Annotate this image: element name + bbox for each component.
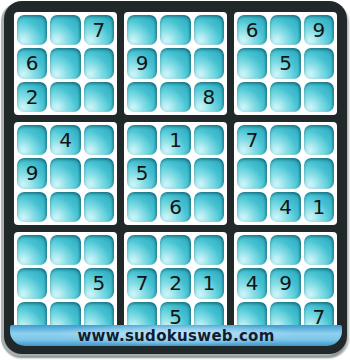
- cell-r5c4[interactable]: 5: [127, 158, 157, 188]
- cell-r4c3[interactable]: [84, 125, 114, 155]
- cell-r5c5[interactable]: [160, 158, 190, 188]
- cell-r3c1[interactable]: 2: [17, 82, 47, 112]
- cell-r3c9[interactable]: [304, 82, 334, 112]
- cell-r2c5[interactable]: [160, 48, 190, 78]
- cell-r3c7[interactable]: [237, 82, 267, 112]
- cell-r1c4[interactable]: [127, 15, 157, 45]
- cell-r1c9[interactable]: 9: [304, 15, 334, 45]
- cell-r6c7[interactable]: [237, 192, 267, 222]
- cell-r4c9[interactable]: [304, 125, 334, 155]
- cell-r6c5[interactable]: 6: [160, 192, 190, 222]
- cell-r7c7[interactable]: [237, 235, 267, 265]
- cell-r7c2[interactable]: [50, 235, 80, 265]
- cell-r1c5[interactable]: [160, 15, 190, 45]
- cell-r6c6[interactable]: [194, 192, 224, 222]
- cell-r1c2[interactable]: [50, 15, 80, 45]
- cell-r8c9[interactable]: [304, 268, 334, 298]
- cell-r1c7[interactable]: 6: [237, 15, 267, 45]
- cell-r7c1[interactable]: [17, 235, 47, 265]
- cell-r3c4[interactable]: [127, 82, 157, 112]
- cell-r6c9[interactable]: 1: [304, 192, 334, 222]
- cell-r4c8[interactable]: [270, 125, 300, 155]
- cell-r2c2[interactable]: [50, 48, 80, 78]
- cell-r6c1[interactable]: [17, 192, 47, 222]
- box-1-3: 695: [234, 12, 337, 115]
- cell-r5c1[interactable]: 9: [17, 158, 47, 188]
- cell-r7c9[interactable]: [304, 235, 334, 265]
- cell-r4c5[interactable]: 1: [160, 125, 190, 155]
- cell-r8c1[interactable]: [17, 268, 47, 298]
- cell-r7c6[interactable]: [194, 235, 224, 265]
- cell-r8c7[interactable]: 4: [237, 268, 267, 298]
- cell-r4c2[interactable]: 4: [50, 125, 80, 155]
- box-2-1: 49: [14, 122, 117, 225]
- cell-r5c8[interactable]: [270, 158, 300, 188]
- cell-r2c6[interactable]: [194, 48, 224, 78]
- cell-r1c8[interactable]: [270, 15, 300, 45]
- sudoku-grid: 762986954915674157215497: [14, 12, 337, 335]
- cell-r3c8[interactable]: [270, 82, 300, 112]
- cell-r2c7[interactable]: [237, 48, 267, 78]
- box-2-3: 741: [234, 122, 337, 225]
- cell-r3c6[interactable]: 8: [194, 82, 224, 112]
- box-3-1: 5: [14, 232, 117, 335]
- cell-r6c3[interactable]: [84, 192, 114, 222]
- cell-r7c4[interactable]: [127, 235, 157, 265]
- box-3-3: 497: [234, 232, 337, 335]
- cell-r2c9[interactable]: [304, 48, 334, 78]
- cell-r5c9[interactable]: [304, 158, 334, 188]
- cell-r2c1[interactable]: 6: [17, 48, 47, 78]
- box-1-2: 98: [124, 12, 227, 115]
- box-2-2: 156: [124, 122, 227, 225]
- cell-r8c3[interactable]: 5: [84, 268, 114, 298]
- cell-r5c7[interactable]: [237, 158, 267, 188]
- cell-r8c4[interactable]: 7: [127, 268, 157, 298]
- cell-r6c8[interactable]: 4: [270, 192, 300, 222]
- cell-r5c2[interactable]: [50, 158, 80, 188]
- cell-r6c4[interactable]: [127, 192, 157, 222]
- cell-r2c8[interactable]: 5: [270, 48, 300, 78]
- cell-r7c8[interactable]: [270, 235, 300, 265]
- cell-r8c8[interactable]: 9: [270, 268, 300, 298]
- cell-r1c3[interactable]: 7: [84, 15, 114, 45]
- cell-r6c2[interactable]: [50, 192, 80, 222]
- cell-r1c6[interactable]: [194, 15, 224, 45]
- cell-r3c3[interactable]: [84, 82, 114, 112]
- box-1-1: 762: [14, 12, 117, 115]
- cell-r3c5[interactable]: [160, 82, 190, 112]
- cell-r2c3[interactable]: [84, 48, 114, 78]
- cell-r1c1[interactable]: [17, 15, 47, 45]
- cell-r8c6[interactable]: 1: [194, 268, 224, 298]
- footer-bar: www.sudokusweb.com: [10, 325, 342, 346]
- cell-r8c2[interactable]: [50, 268, 80, 298]
- box-3-2: 7215: [124, 232, 227, 335]
- cell-r2c4[interactable]: 9: [127, 48, 157, 78]
- cell-r4c7[interactable]: 7: [237, 125, 267, 155]
- cell-r3c2[interactable]: [50, 82, 80, 112]
- cell-r8c5[interactable]: 2: [160, 268, 190, 298]
- cell-r4c4[interactable]: [127, 125, 157, 155]
- cell-r4c1[interactable]: [17, 125, 47, 155]
- cell-r7c5[interactable]: [160, 235, 190, 265]
- cell-r5c3[interactable]: [84, 158, 114, 188]
- cell-r7c3[interactable]: [84, 235, 114, 265]
- cell-r5c6[interactable]: [194, 158, 224, 188]
- sudoku-board-frame: 762986954915674157215497 www.sudokusweb.…: [4, 1, 347, 354]
- cell-r4c6[interactable]: [194, 125, 224, 155]
- website-url[interactable]: www.sudokusweb.com: [77, 327, 274, 345]
